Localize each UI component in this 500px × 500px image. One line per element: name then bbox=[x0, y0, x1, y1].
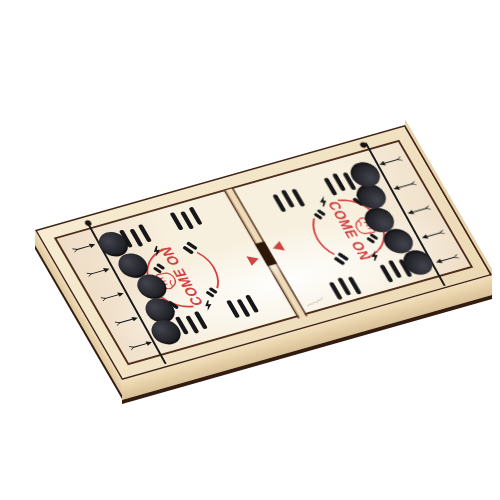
shoot-direction-arrow bbox=[420, 229, 446, 241]
gate-pointer-triangle bbox=[270, 241, 285, 253]
shoot-direction-arrow bbox=[434, 253, 460, 265]
shoot-direction-arrow bbox=[71, 241, 97, 253]
shoot-direction-arrow bbox=[114, 315, 140, 327]
product-photo-scene: COME ON COME ON bbox=[0, 0, 500, 500]
field-dash-group bbox=[170, 207, 205, 233]
shoot-direction-arrow bbox=[100, 290, 126, 302]
shoot-direction-arrow bbox=[85, 266, 111, 278]
shoot-direction-arrow bbox=[406, 204, 432, 216]
shoot-direction-arrow bbox=[128, 339, 154, 351]
shoot-direction-arrow bbox=[377, 155, 403, 167]
field-dash-group bbox=[226, 294, 261, 320]
field-dash-group bbox=[327, 274, 362, 300]
gate-pointer-triangle bbox=[246, 254, 261, 266]
shoot-direction-arrow bbox=[391, 180, 417, 192]
